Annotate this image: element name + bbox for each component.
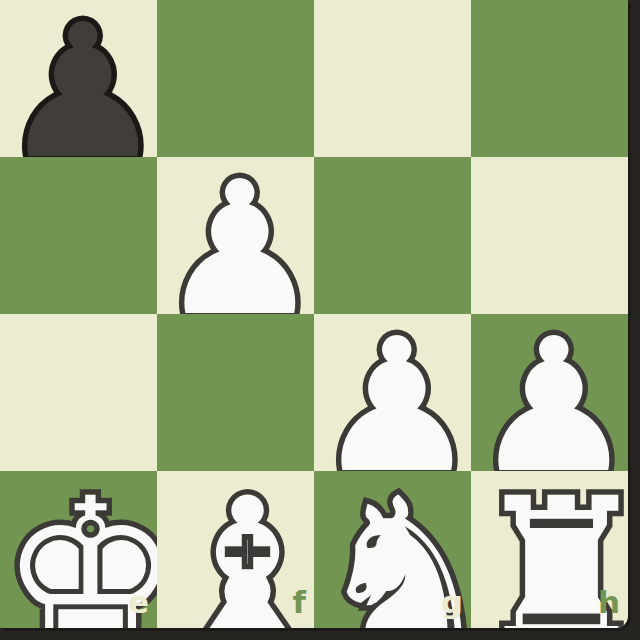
piece-white-pawn[interactable]	[314, 314, 471, 471]
square-f1[interactable]: f	[157, 471, 314, 628]
file-label-g: g	[441, 587, 463, 618]
piece-white-pawn[interactable]	[471, 314, 628, 471]
square-f2[interactable]	[157, 314, 314, 471]
square-f3[interactable]	[157, 157, 314, 314]
square-g1[interactable]: g	[314, 471, 471, 628]
square-h4[interactable]	[471, 0, 628, 157]
square-h2[interactable]	[471, 314, 628, 471]
square-e3[interactable]	[0, 157, 157, 314]
square-g3[interactable]	[314, 157, 471, 314]
file-label-e: e	[128, 587, 149, 618]
square-e4[interactable]	[0, 0, 157, 157]
square-e2[interactable]	[0, 314, 157, 471]
piece-white-pawn[interactable]	[157, 157, 314, 314]
file-label-f: f	[293, 587, 307, 618]
square-h1[interactable]: h	[471, 471, 628, 628]
square-e1[interactable]: e	[0, 471, 157, 628]
file-label-h: h	[598, 587, 620, 618]
app-background: efgh	[0, 0, 640, 640]
square-g2[interactable]	[314, 314, 471, 471]
piece-white-bishop[interactable]	[157, 471, 314, 628]
square-h3[interactable]	[471, 157, 628, 314]
piece-black-pawn[interactable]	[0, 0, 157, 157]
chess-board[interactable]: efgh	[0, 0, 628, 628]
square-g4[interactable]	[314, 0, 471, 157]
square-f4[interactable]	[157, 0, 314, 157]
